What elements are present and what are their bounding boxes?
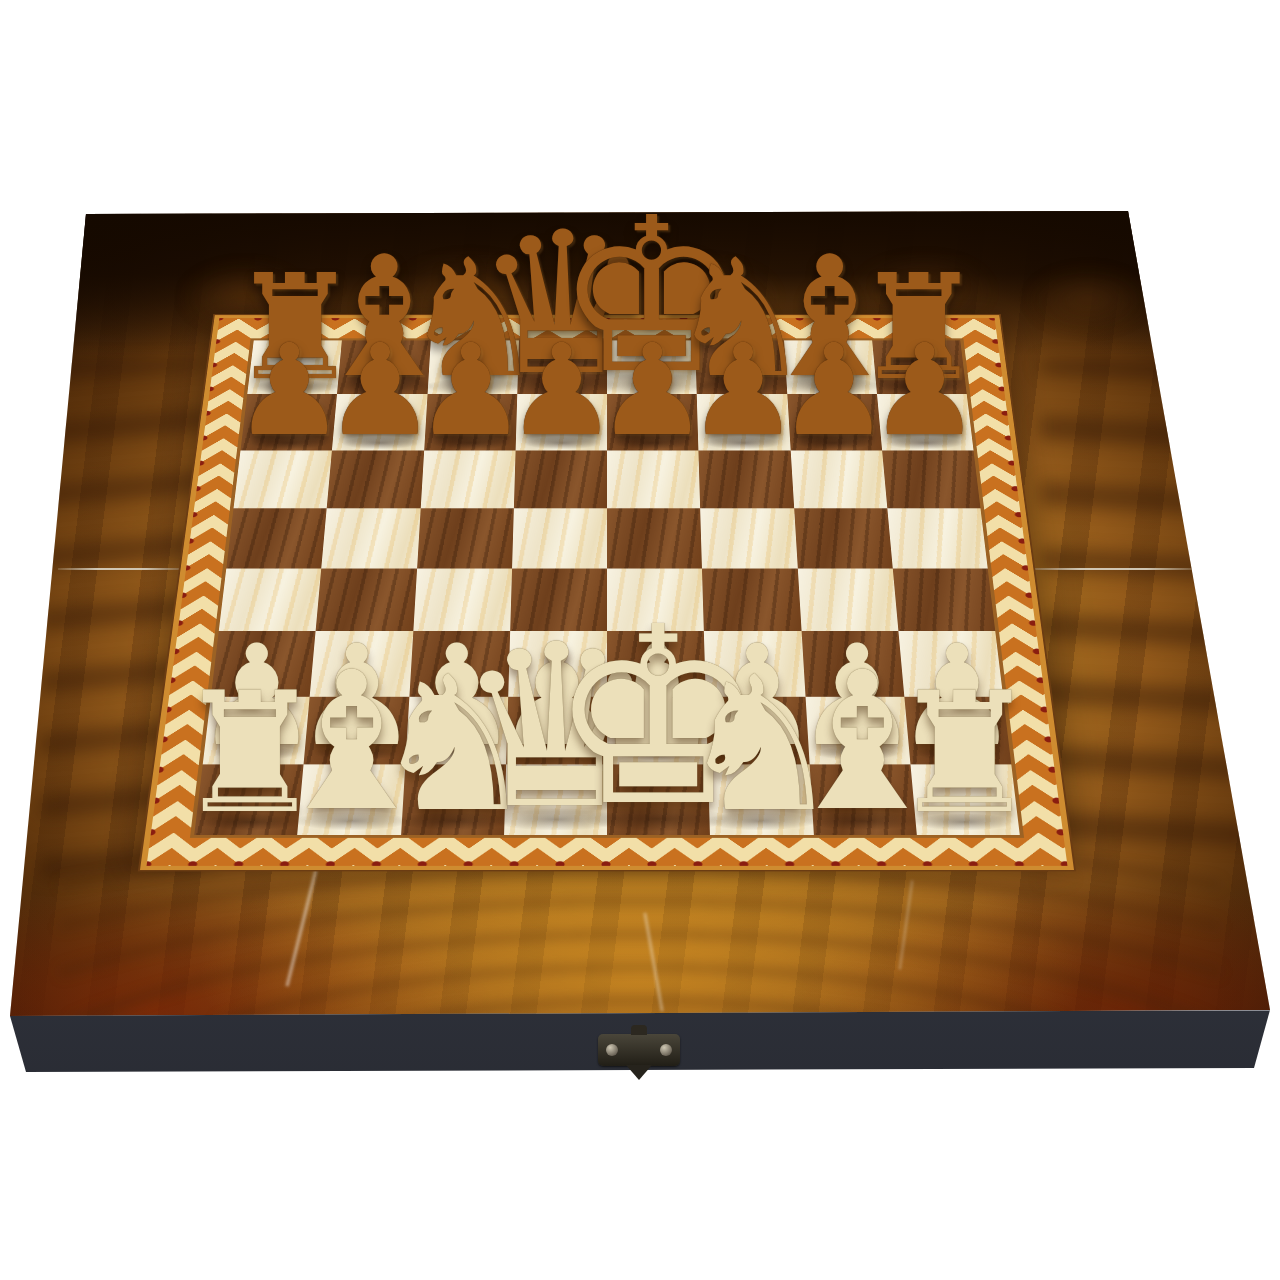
square-b5	[321, 508, 420, 568]
square-e7	[607, 394, 699, 450]
square-b2	[304, 696, 409, 764]
square-g7	[787, 394, 882, 450]
fold-seam-right	[1030, 568, 1196, 570]
square-a6	[234, 450, 333, 508]
square-e1	[607, 764, 710, 835]
square-b3	[310, 631, 413, 696]
square-c4	[413, 569, 512, 632]
square-d8	[517, 340, 607, 394]
square-b7	[332, 394, 427, 450]
square-c2	[405, 696, 508, 764]
square-f8	[695, 340, 787, 394]
product-photo: ♜♝♞♛♚♞♝♜♟♟♟♟♟♟♟♟♟♟♟♟♟♟♟♟♜♝♞♛♚♞♝♜	[0, 0, 1280, 1280]
square-h8	[872, 340, 967, 394]
square-c5	[417, 508, 514, 568]
board-grid	[190, 338, 1024, 837]
square-h1	[910, 764, 1020, 835]
square-f2	[706, 696, 809, 764]
square-h6	[882, 450, 981, 508]
square-g6	[790, 450, 887, 508]
clasp-tip	[626, 1065, 652, 1080]
square-g8	[784, 340, 877, 394]
square-a8	[247, 340, 342, 394]
square-c1	[401, 764, 506, 835]
square-f7	[697, 394, 790, 450]
square-f3	[704, 631, 805, 696]
square-f4	[702, 569, 801, 632]
square-e5	[607, 508, 702, 568]
square-h3	[898, 631, 1003, 696]
square-a2	[203, 696, 310, 764]
square-b1	[297, 764, 404, 835]
square-d2	[506, 696, 607, 764]
square-c7	[424, 394, 517, 450]
square-d7	[515, 394, 607, 450]
square-c3	[409, 631, 510, 696]
square-b8	[337, 340, 430, 394]
square-d4	[510, 569, 607, 632]
square-d6	[514, 450, 607, 508]
square-e3	[607, 631, 706, 696]
square-h4	[893, 569, 996, 632]
square-a4	[219, 569, 322, 632]
square-a3	[211, 631, 316, 696]
square-b6	[327, 450, 424, 508]
clasp-knob	[631, 1025, 647, 1035]
square-h2	[904, 696, 1011, 764]
square-d3	[508, 631, 607, 696]
square-b4	[316, 569, 417, 632]
metal-clasp	[598, 1034, 680, 1066]
square-e4	[607, 569, 704, 632]
square-f1	[708, 764, 813, 835]
chess-board	[140, 315, 1074, 870]
square-e2	[607, 696, 708, 764]
square-d5	[512, 508, 607, 568]
square-d1	[504, 764, 607, 835]
square-h7	[877, 394, 974, 450]
square-a7	[241, 394, 338, 450]
square-a5	[226, 508, 327, 568]
square-g2	[805, 696, 910, 764]
square-g4	[797, 569, 898, 632]
square-a1	[194, 764, 304, 835]
wood-swirl-right	[1040, 360, 1250, 880]
clasp-screw	[660, 1044, 672, 1056]
square-h5	[887, 508, 988, 568]
square-f5	[700, 508, 797, 568]
inlay-border	[140, 315, 1074, 870]
wood-arcs-bottom	[60, 860, 1220, 1020]
square-e6	[607, 450, 700, 508]
square-g1	[809, 764, 916, 835]
fold-seam-left	[58, 568, 184, 570]
square-g5	[794, 508, 893, 568]
square-c6	[420, 450, 515, 508]
square-g3	[801, 631, 904, 696]
square-c8	[427, 340, 519, 394]
clasp-screw	[606, 1044, 618, 1056]
square-e8	[607, 340, 697, 394]
square-f6	[699, 450, 794, 508]
